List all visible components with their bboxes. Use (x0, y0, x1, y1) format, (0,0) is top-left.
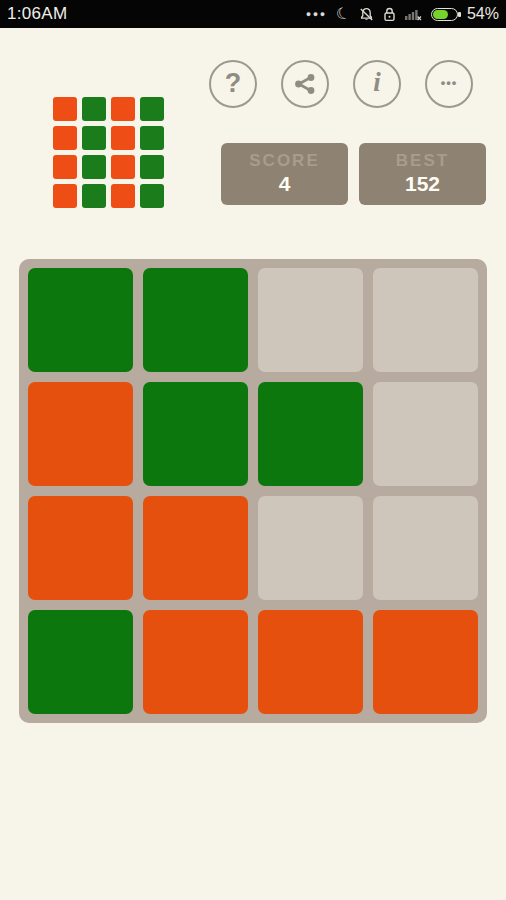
logo-square-green (82, 184, 106, 208)
battery-percent: 54% (467, 5, 499, 23)
logo-square-green (140, 155, 164, 179)
bell-muted-icon (359, 7, 374, 22)
notification-overflow-icon: ●●● (306, 9, 327, 19)
board-cell-empty (258, 496, 363, 600)
tile-green (258, 382, 363, 486)
logo-square-orange (53, 97, 77, 121)
tile-orange (143, 496, 248, 600)
tile-orange (143, 610, 248, 714)
logo-square-orange (53, 126, 77, 150)
tile-green (143, 268, 248, 372)
more-dots-icon: ••• (441, 76, 458, 89)
logo-square-orange (111, 155, 135, 179)
best-value: 152 (405, 171, 440, 196)
logo-square-green (140, 184, 164, 208)
board-cell-empty (258, 268, 363, 372)
share-button[interactable] (281, 60, 329, 108)
logo-square-green (82, 155, 106, 179)
status-icons: ●●● ☾ 54% (306, 5, 499, 23)
battery-icon (431, 8, 458, 21)
do-not-disturb-moon-icon: ☾ (334, 4, 353, 24)
logo-square-orange (111, 97, 135, 121)
board-cell-empty (373, 382, 478, 486)
info-button[interactable]: i (353, 60, 401, 108)
info-icon: i (373, 69, 381, 96)
toolbar: ? i ••• (209, 60, 473, 108)
board-grid[interactable] (28, 268, 478, 714)
clock: 1:06AM (7, 4, 67, 24)
help-button[interactable]: ? (209, 60, 257, 108)
score-value: 4 (279, 171, 291, 196)
tile-green (28, 268, 133, 372)
status-bar: 1:06AM ●●● ☾ 54% (0, 0, 506, 28)
board-cell-empty (373, 496, 478, 600)
tile-green (28, 610, 133, 714)
logo-square-orange (53, 184, 77, 208)
score-label: SCORE (249, 152, 319, 171)
tile-orange (373, 610, 478, 714)
tile-orange (28, 382, 133, 486)
question-icon: ? (225, 70, 242, 97)
logo-square-orange (111, 184, 135, 208)
logo-square-orange (53, 155, 77, 179)
score-panel: SCORE 4 (221, 143, 348, 205)
logo-square-green (140, 97, 164, 121)
logo-square-green (82, 126, 106, 150)
share-icon (293, 72, 317, 96)
tile-orange (258, 610, 363, 714)
tile-orange (28, 496, 133, 600)
logo-square-orange (111, 126, 135, 150)
logo-square-green (82, 97, 106, 121)
board-cell-empty (373, 268, 478, 372)
app-screen: 1:06AM ●●● ☾ 54% (0, 0, 506, 900)
scoreboard: SCORE 4 BEST 152 (221, 143, 486, 205)
lock-icon (383, 7, 396, 22)
logo-square-green (140, 126, 164, 150)
no-signal-icon (405, 7, 422, 21)
app-logo (53, 97, 164, 208)
best-label: BEST (396, 152, 449, 171)
more-button[interactable]: ••• (425, 60, 473, 108)
tile-green (143, 382, 248, 486)
game-board (19, 259, 487, 723)
best-panel: BEST 152 (359, 143, 486, 205)
